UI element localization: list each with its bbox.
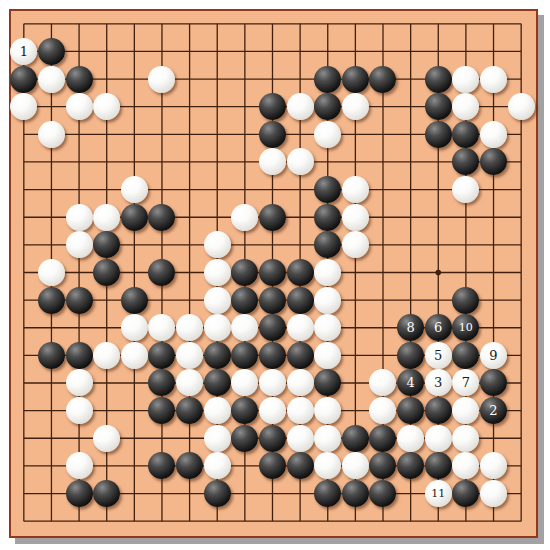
stone-black <box>38 38 65 65</box>
stone-white <box>342 176 369 203</box>
stone-black <box>314 231 341 258</box>
move-number-label: 4 <box>406 376 414 389</box>
stone-white <box>287 397 314 424</box>
stone-black <box>148 397 175 424</box>
stone-white <box>231 204 258 231</box>
stone-black <box>480 369 507 396</box>
move-number-label: 7 <box>462 376 470 389</box>
stone-white <box>38 121 65 148</box>
stone-black <box>397 397 424 424</box>
stone-white <box>287 93 314 120</box>
stone-black <box>452 480 479 507</box>
stone-white <box>66 231 93 258</box>
stone-white <box>259 148 286 175</box>
stone-black <box>342 480 369 507</box>
stone-white <box>287 369 314 396</box>
stone-white-move-1: 1 <box>10 38 37 65</box>
stone-black <box>148 342 175 369</box>
stone-white <box>452 397 479 424</box>
stone-black <box>259 121 286 148</box>
stone-white <box>480 121 507 148</box>
stone-black <box>259 314 286 341</box>
stone-white <box>508 93 535 120</box>
stone-white <box>425 425 452 452</box>
stone-black <box>231 425 258 452</box>
stone-white <box>287 314 314 341</box>
stone-white <box>93 342 120 369</box>
stone-white <box>204 425 231 452</box>
stone-black <box>38 287 65 314</box>
stone-black <box>425 121 452 148</box>
move-number-label: 1 <box>20 45 28 58</box>
stone-white <box>204 287 231 314</box>
stone-white <box>93 204 120 231</box>
stone-black <box>259 287 286 314</box>
stone-white <box>452 425 479 452</box>
stone-white <box>342 93 369 120</box>
stone-white <box>259 369 286 396</box>
stone-white <box>480 452 507 479</box>
move-number-label: 2 <box>489 404 497 417</box>
stone-black <box>204 480 231 507</box>
stone-white <box>38 66 65 93</box>
stone-black <box>66 342 93 369</box>
stone-white <box>314 287 341 314</box>
stone-black-move-8: 8 <box>397 314 424 341</box>
stone-black <box>425 452 452 479</box>
stone-black <box>425 397 452 424</box>
stone-black-move-6: 6 <box>425 314 452 341</box>
stone-black <box>231 397 258 424</box>
stone-white <box>93 93 120 120</box>
stone-white <box>480 66 507 93</box>
stone-black <box>93 480 120 507</box>
stone-white <box>121 342 148 369</box>
stone-black <box>10 66 37 93</box>
go-diagram-page: 1861059437211 <box>0 0 550 550</box>
stone-black <box>369 480 396 507</box>
stone-white <box>66 397 93 424</box>
stone-black <box>176 452 203 479</box>
stone-white <box>397 425 424 452</box>
stone-white <box>314 425 341 452</box>
stone-black-move-2: 2 <box>480 397 507 424</box>
move-number-label: 6 <box>434 321 442 334</box>
stone-white <box>231 314 258 341</box>
stone-black <box>287 342 314 369</box>
stone-black <box>93 259 120 286</box>
stone-white <box>121 314 148 341</box>
stone-black <box>204 342 231 369</box>
move-number-label: 11 <box>431 488 445 499</box>
stone-white <box>204 231 231 258</box>
move-number-label: 10 <box>459 322 473 333</box>
stone-white <box>148 314 175 341</box>
stone-white <box>480 480 507 507</box>
stone-black <box>176 397 203 424</box>
stone-black <box>314 66 341 93</box>
stone-black <box>314 93 341 120</box>
stone-black <box>314 480 341 507</box>
stone-white-move-11: 11 <box>425 480 452 507</box>
stone-white <box>10 93 37 120</box>
stone-black <box>287 452 314 479</box>
stone-white <box>204 397 231 424</box>
stone-black-move-10: 10 <box>452 314 479 341</box>
stone-white <box>314 259 341 286</box>
stone-white <box>452 93 479 120</box>
move-number-label: 9 <box>489 349 497 362</box>
stone-black <box>259 425 286 452</box>
move-number-label: 8 <box>406 321 414 334</box>
stone-black <box>93 231 120 258</box>
stone-black <box>66 480 93 507</box>
stone-black <box>259 259 286 286</box>
stone-white <box>314 342 341 369</box>
stone-black <box>397 342 424 369</box>
stone-white-move-9: 9 <box>480 342 507 369</box>
stone-black <box>314 204 341 231</box>
stone-white <box>176 369 203 396</box>
stone-black <box>66 287 93 314</box>
stone-white <box>314 452 341 479</box>
stone-black <box>231 287 258 314</box>
move-number-label: 5 <box>434 349 442 362</box>
stone-white <box>452 66 479 93</box>
stone-white <box>176 342 203 369</box>
stone-white <box>369 369 396 396</box>
stone-white <box>148 66 175 93</box>
stone-black <box>121 204 148 231</box>
stone-black <box>369 66 396 93</box>
stone-black <box>287 287 314 314</box>
stones-layer: 1861059437211 <box>10 10 535 535</box>
stone-white <box>287 148 314 175</box>
stone-white-move-3: 3 <box>425 369 452 396</box>
stone-white <box>66 93 93 120</box>
stone-white <box>452 452 479 479</box>
stone-black <box>342 425 369 452</box>
stone-white <box>259 397 286 424</box>
stone-black <box>204 369 231 396</box>
stone-black <box>452 121 479 148</box>
stone-white <box>314 314 341 341</box>
stone-black <box>66 66 93 93</box>
stone-white <box>66 204 93 231</box>
stone-black <box>148 204 175 231</box>
stone-white-move-5: 5 <box>425 342 452 369</box>
stone-black <box>148 452 175 479</box>
stone-black <box>259 342 286 369</box>
stone-white <box>342 204 369 231</box>
stone-white <box>38 259 65 286</box>
stone-black <box>231 259 258 286</box>
stone-black <box>38 342 65 369</box>
stone-black <box>148 369 175 396</box>
stone-black <box>452 148 479 175</box>
stone-white <box>66 452 93 479</box>
go-board[interactable]: 1861059437211 <box>9 9 538 538</box>
stone-white <box>314 397 341 424</box>
stone-black <box>342 66 369 93</box>
stone-white <box>314 121 341 148</box>
stone-black <box>369 425 396 452</box>
stone-black <box>148 259 175 286</box>
stone-white <box>204 259 231 286</box>
stone-white <box>66 369 93 396</box>
stone-white <box>231 369 258 396</box>
stone-white <box>452 176 479 203</box>
stone-white <box>369 397 396 424</box>
stone-black <box>231 342 258 369</box>
stone-black <box>425 93 452 120</box>
stone-white <box>121 176 148 203</box>
stone-black <box>259 452 286 479</box>
stone-white <box>342 231 369 258</box>
stone-black <box>452 287 479 314</box>
stone-white <box>93 425 120 452</box>
stone-black <box>287 259 314 286</box>
stone-white <box>287 425 314 452</box>
stone-white-move-7: 7 <box>452 369 479 396</box>
stone-black <box>314 369 341 396</box>
move-number-label: 3 <box>434 376 442 389</box>
stone-black-move-4: 4 <box>397 369 424 396</box>
stone-black <box>452 342 479 369</box>
stone-black <box>397 452 424 479</box>
stone-black <box>369 452 396 479</box>
stone-white <box>342 452 369 479</box>
stone-black <box>259 204 286 231</box>
stone-white <box>176 314 203 341</box>
stone-white <box>204 452 231 479</box>
stone-black <box>121 287 148 314</box>
stone-black <box>314 176 341 203</box>
stone-white <box>204 314 231 341</box>
stone-black <box>259 93 286 120</box>
stone-black <box>425 66 452 93</box>
stone-black <box>480 148 507 175</box>
